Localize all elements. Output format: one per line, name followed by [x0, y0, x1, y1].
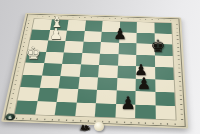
square-a4	[23, 63, 44, 76]
square-e2	[96, 90, 116, 104]
photo-of-chessboard: ♞ ♝♟♚♟♚♟♟♟ ♞	[0, 0, 200, 134]
square-b1	[35, 101, 57, 115]
square-c7	[65, 30, 84, 41]
square-h2	[155, 92, 175, 106]
square-g2	[135, 91, 155, 105]
border-ticks-right	[176, 21, 183, 123]
captured-white-pawn-icon	[94, 122, 104, 131]
square-g6	[136, 43, 154, 55]
square-h1	[155, 105, 175, 120]
square-b8	[50, 19, 69, 30]
square-b5	[44, 52, 64, 64]
square-d6	[82, 42, 101, 54]
square-e6	[100, 42, 119, 54]
square-f6	[118, 43, 136, 55]
knight-logo-icon: ♞	[5, 113, 16, 120]
square-a8	[32, 19, 51, 30]
square-e7	[101, 31, 119, 42]
square-c5	[62, 52, 82, 64]
square-h5	[154, 55, 173, 67]
square-e5	[99, 53, 118, 65]
square-f7	[119, 32, 137, 43]
square-h7	[154, 33, 172, 44]
chess-board: ♞	[1, 13, 188, 129]
square-d1	[75, 102, 96, 116]
square-a5	[25, 51, 45, 63]
square-b3	[39, 75, 60, 88]
square-d2	[76, 89, 97, 103]
square-f1	[115, 104, 135, 119]
square-c3	[59, 76, 80, 89]
square-g8	[137, 22, 155, 33]
square-f3	[116, 78, 136, 91]
square-f4	[117, 66, 136, 79]
square-a3	[20, 75, 41, 88]
square-a7	[30, 29, 50, 40]
square-a1	[15, 100, 37, 114]
square-b7	[48, 30, 67, 41]
square-e8	[102, 21, 120, 32]
board-grid	[15, 19, 176, 120]
square-d7	[83, 31, 102, 42]
square-c2	[57, 88, 78, 102]
square-g5	[136, 55, 155, 67]
square-e3	[97, 77, 117, 90]
square-f2	[116, 90, 136, 104]
square-h6	[154, 44, 172, 56]
square-d8	[84, 21, 102, 32]
square-a2	[18, 87, 40, 101]
square-c1	[55, 102, 77, 116]
square-h4	[155, 67, 174, 80]
square-e1	[95, 103, 116, 117]
square-c6	[64, 41, 83, 53]
square-a6	[28, 40, 48, 52]
square-f8	[119, 22, 137, 33]
square-d4	[79, 64, 99, 77]
square-g3	[136, 78, 155, 91]
square-h3	[155, 79, 175, 92]
square-e4	[98, 65, 117, 78]
square-b6	[46, 40, 66, 52]
square-b4	[42, 63, 62, 76]
square-b2	[37, 88, 58, 102]
square-c8	[67, 20, 86, 31]
square-c4	[60, 64, 80, 77]
square-d3	[78, 76, 98, 89]
square-g1	[135, 104, 155, 119]
square-g4	[136, 66, 155, 79]
square-f5	[117, 54, 136, 66]
square-h8	[154, 23, 172, 34]
square-g7	[136, 33, 154, 44]
square-d5	[81, 53, 100, 65]
